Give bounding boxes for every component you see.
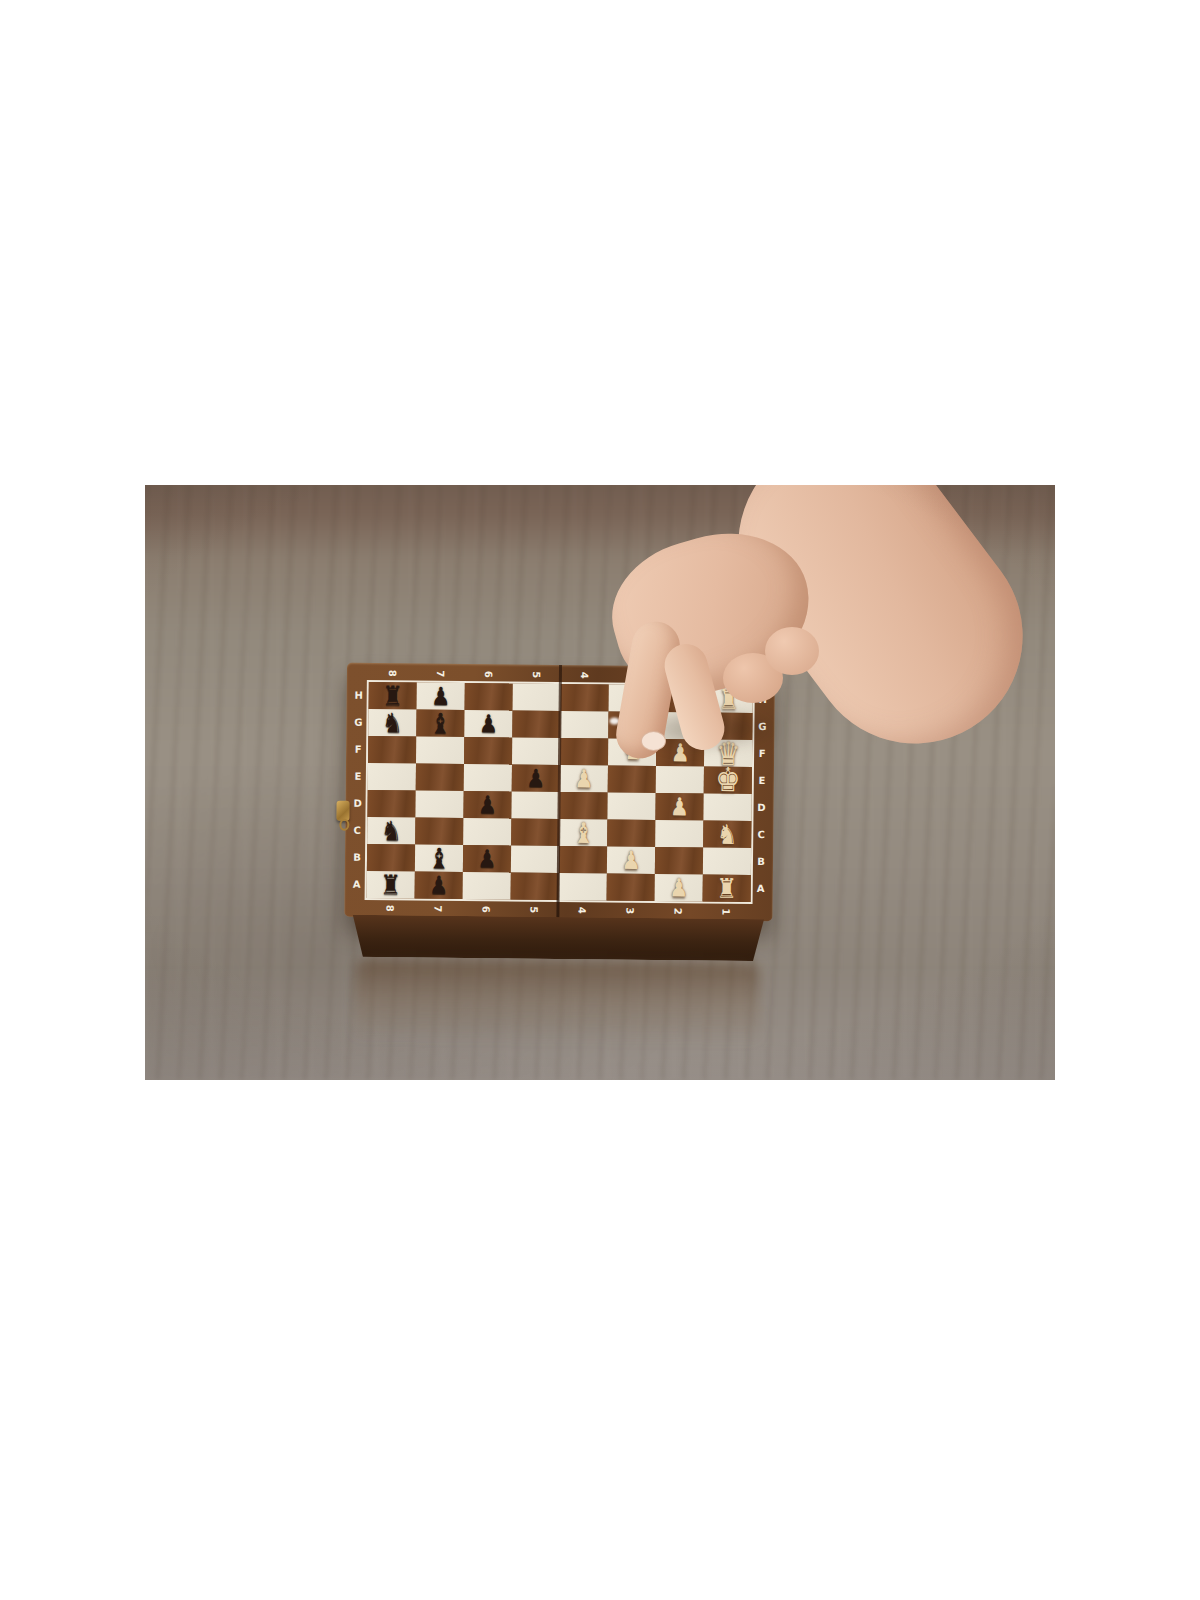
photo-frame: HGFEDCBA HGFEDCBA 87654321 87654321 ♜♞♞♜… [145, 485, 1055, 1080]
vignette [145, 485, 1055, 1080]
